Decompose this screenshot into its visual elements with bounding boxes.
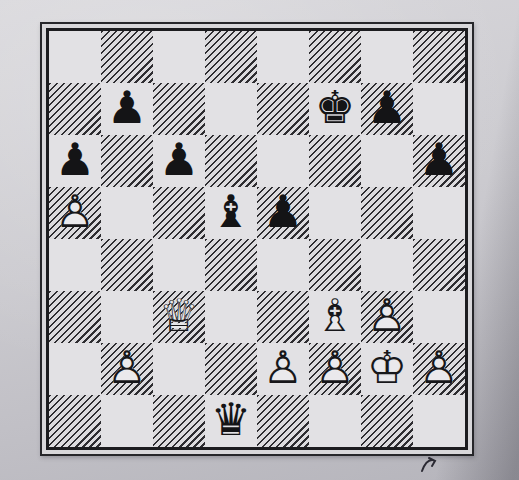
square-g6 bbox=[361, 135, 413, 187]
square-d3 bbox=[205, 291, 257, 343]
square-b3 bbox=[101, 291, 153, 343]
piece-white-bishop-fill: ♝ bbox=[315, 293, 355, 338]
square-d5: ♝ bbox=[205, 187, 257, 239]
square-a3 bbox=[49, 291, 101, 343]
piece-white-bishop: ♗ bbox=[315, 293, 355, 338]
square-g2: ♚♔ bbox=[361, 343, 413, 395]
square-e5: ♟ bbox=[257, 187, 309, 239]
piece-white-pawn-fill: ♟ bbox=[419, 345, 459, 390]
square-b8 bbox=[101, 31, 153, 83]
piece-white-pawn: ♙ bbox=[367, 293, 407, 338]
piece-white-pawn: ♙ bbox=[419, 345, 459, 390]
square-d1: ♛ bbox=[205, 395, 257, 447]
square-f3: ♝♗ bbox=[309, 291, 361, 343]
square-c7 bbox=[153, 83, 205, 135]
piece-black-pawn: ♟ bbox=[263, 189, 303, 234]
square-h5 bbox=[413, 187, 465, 239]
piece-white-queen-fill: ♛ bbox=[159, 293, 199, 338]
square-a6: ♟ bbox=[49, 135, 101, 187]
piece-white-king-fill: ♚ bbox=[367, 345, 407, 390]
piece-black-king: ♚ bbox=[315, 85, 355, 130]
piece-black-pawn: ♟ bbox=[159, 137, 199, 182]
square-b4 bbox=[101, 239, 153, 291]
piece-white-pawn-fill: ♟ bbox=[55, 189, 95, 234]
chess-board: ♟♚♟♟♟♟♟♙♝♟♛♕♝♗♟♙♟♙♟♙♟♙♚♔♟♙♛ bbox=[46, 28, 468, 450]
square-e1 bbox=[257, 395, 309, 447]
piece-white-pawn: ♙ bbox=[55, 189, 95, 234]
square-c8 bbox=[153, 31, 205, 83]
piece-black-pawn: ♟ bbox=[419, 137, 459, 182]
square-c6: ♟ bbox=[153, 135, 205, 187]
square-g8 bbox=[361, 31, 413, 83]
square-e3 bbox=[257, 291, 309, 343]
square-g1 bbox=[361, 395, 413, 447]
square-b2: ♟♙ bbox=[101, 343, 153, 395]
square-f6 bbox=[309, 135, 361, 187]
square-g4 bbox=[361, 239, 413, 291]
piece-white-pawn-fill: ♟ bbox=[315, 345, 355, 390]
square-h2: ♟♙ bbox=[413, 343, 465, 395]
piece-black-bishop: ♝ bbox=[211, 189, 251, 234]
square-h3 bbox=[413, 291, 465, 343]
square-a2 bbox=[49, 343, 101, 395]
piece-white-queen: ♕ bbox=[159, 293, 199, 338]
square-f5 bbox=[309, 187, 361, 239]
square-c5 bbox=[153, 187, 205, 239]
square-b6 bbox=[101, 135, 153, 187]
piece-white-pawn: ♙ bbox=[107, 345, 147, 390]
square-f2: ♟♙ bbox=[309, 343, 361, 395]
piece-white-pawn: ♙ bbox=[315, 345, 355, 390]
piece-white-pawn-fill: ♟ bbox=[367, 293, 407, 338]
piece-white-pawn-fill: ♟ bbox=[263, 345, 303, 390]
square-d6 bbox=[205, 135, 257, 187]
square-f7: ♚ bbox=[309, 83, 361, 135]
piece-white-pawn-fill: ♟ bbox=[107, 345, 147, 390]
square-c1 bbox=[153, 395, 205, 447]
piece-black-queen: ♛ bbox=[211, 397, 251, 442]
square-a8 bbox=[49, 31, 101, 83]
square-e6 bbox=[257, 135, 309, 187]
square-f1 bbox=[309, 395, 361, 447]
square-b5 bbox=[101, 187, 153, 239]
piece-black-pawn: ♟ bbox=[55, 137, 95, 182]
square-b7: ♟ bbox=[101, 83, 153, 135]
square-c2 bbox=[153, 343, 205, 395]
square-d7 bbox=[205, 83, 257, 135]
square-h4 bbox=[413, 239, 465, 291]
square-c4 bbox=[153, 239, 205, 291]
square-g7: ♟ bbox=[361, 83, 413, 135]
square-a7 bbox=[49, 83, 101, 135]
square-f8 bbox=[309, 31, 361, 83]
ink-mark bbox=[419, 454, 443, 478]
chess-board-frame: ♟♚♟♟♟♟♟♙♝♟♛♕♝♗♟♙♟♙♟♙♟♙♚♔♟♙♛ bbox=[40, 22, 474, 456]
square-h8 bbox=[413, 31, 465, 83]
square-h7 bbox=[413, 83, 465, 135]
square-e4 bbox=[257, 239, 309, 291]
piece-black-pawn: ♟ bbox=[367, 85, 407, 130]
square-c3: ♛♕ bbox=[153, 291, 205, 343]
square-a4 bbox=[49, 239, 101, 291]
square-g3: ♟♙ bbox=[361, 291, 413, 343]
square-d2 bbox=[205, 343, 257, 395]
square-f4 bbox=[309, 239, 361, 291]
square-g5 bbox=[361, 187, 413, 239]
piece-black-pawn: ♟ bbox=[107, 85, 147, 130]
piece-white-pawn: ♙ bbox=[263, 345, 303, 390]
square-e7 bbox=[257, 83, 309, 135]
piece-white-king: ♔ bbox=[367, 345, 407, 390]
square-d4 bbox=[205, 239, 257, 291]
square-h1 bbox=[413, 395, 465, 447]
square-b1 bbox=[101, 395, 153, 447]
square-e8 bbox=[257, 31, 309, 83]
square-d8 bbox=[205, 31, 257, 83]
square-h6: ♟ bbox=[413, 135, 465, 187]
square-e2: ♟♙ bbox=[257, 343, 309, 395]
square-a5: ♟♙ bbox=[49, 187, 101, 239]
square-a1 bbox=[49, 395, 101, 447]
